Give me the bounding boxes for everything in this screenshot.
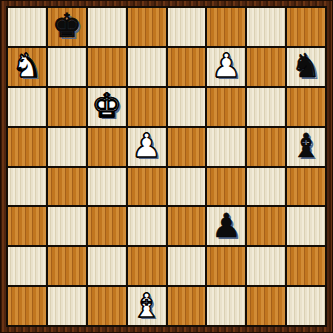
square-e4[interactable] bbox=[168, 168, 206, 206]
square-f2[interactable] bbox=[207, 247, 245, 285]
square-b7[interactable] bbox=[48, 48, 86, 86]
piece-white-pawn[interactable]: ♟ bbox=[212, 49, 242, 82]
piece-black-king[interactable]: ♚ bbox=[52, 9, 82, 42]
square-a7[interactable]: ♞ bbox=[8, 48, 46, 86]
square-b3[interactable] bbox=[48, 207, 86, 245]
square-a1[interactable] bbox=[8, 287, 46, 325]
square-f8[interactable] bbox=[207, 8, 245, 46]
square-h3[interactable] bbox=[287, 207, 325, 245]
square-g6[interactable] bbox=[247, 88, 285, 126]
square-f3[interactable]: ♟ bbox=[207, 207, 245, 245]
square-g2[interactable] bbox=[247, 247, 285, 285]
piece-white-knight[interactable]: ♞ bbox=[12, 49, 42, 82]
square-b1[interactable] bbox=[48, 287, 86, 325]
piece-black-pawn[interactable]: ♟ bbox=[212, 209, 242, 242]
square-e2[interactable] bbox=[168, 247, 206, 285]
square-d3[interactable] bbox=[128, 207, 166, 245]
square-d6[interactable] bbox=[128, 88, 166, 126]
square-e8[interactable] bbox=[168, 8, 206, 46]
square-c6[interactable]: ♚ bbox=[88, 88, 126, 126]
piece-black-knight[interactable]: ♞ bbox=[291, 49, 321, 82]
piece-black-bishop[interactable]: ♝ bbox=[291, 129, 321, 162]
square-h1[interactable] bbox=[287, 287, 325, 325]
square-g5[interactable] bbox=[247, 128, 285, 166]
piece-white-king[interactable]: ♚ bbox=[92, 89, 122, 122]
square-h7[interactable]: ♞ bbox=[287, 48, 325, 86]
square-d5[interactable]: ♟ bbox=[128, 128, 166, 166]
square-h2[interactable] bbox=[287, 247, 325, 285]
square-c8[interactable] bbox=[88, 8, 126, 46]
square-a4[interactable] bbox=[8, 168, 46, 206]
square-e6[interactable] bbox=[168, 88, 206, 126]
square-f1[interactable] bbox=[207, 287, 245, 325]
piece-white-pawn[interactable]: ♟ bbox=[132, 129, 162, 162]
square-a2[interactable] bbox=[8, 247, 46, 285]
square-g8[interactable] bbox=[247, 8, 285, 46]
square-b4[interactable] bbox=[48, 168, 86, 206]
square-c2[interactable] bbox=[88, 247, 126, 285]
square-a3[interactable] bbox=[8, 207, 46, 245]
square-e5[interactable] bbox=[168, 128, 206, 166]
square-d2[interactable] bbox=[128, 247, 166, 285]
square-d1[interactable]: ♝ bbox=[128, 287, 166, 325]
square-h4[interactable] bbox=[287, 168, 325, 206]
square-d4[interactable] bbox=[128, 168, 166, 206]
piece-white-bishop[interactable]: ♝ bbox=[132, 289, 162, 322]
square-h6[interactable] bbox=[287, 88, 325, 126]
square-a8[interactable] bbox=[8, 8, 46, 46]
chess-board: ♚♞♟♞♚♟♝♟♝ bbox=[6, 6, 327, 327]
square-g1[interactable] bbox=[247, 287, 285, 325]
square-f6[interactable] bbox=[207, 88, 245, 126]
square-d8[interactable] bbox=[128, 8, 166, 46]
square-c3[interactable] bbox=[88, 207, 126, 245]
square-e1[interactable] bbox=[168, 287, 206, 325]
square-a6[interactable] bbox=[8, 88, 46, 126]
square-g7[interactable] bbox=[247, 48, 285, 86]
square-b5[interactable] bbox=[48, 128, 86, 166]
square-c7[interactable] bbox=[88, 48, 126, 86]
square-f5[interactable] bbox=[207, 128, 245, 166]
square-g3[interactable] bbox=[247, 207, 285, 245]
square-a5[interactable] bbox=[8, 128, 46, 166]
square-b8[interactable]: ♚ bbox=[48, 8, 86, 46]
square-e7[interactable] bbox=[168, 48, 206, 86]
square-f7[interactable]: ♟ bbox=[207, 48, 245, 86]
square-h8[interactable] bbox=[287, 8, 325, 46]
square-c5[interactable] bbox=[88, 128, 126, 166]
square-e3[interactable] bbox=[168, 207, 206, 245]
square-b6[interactable] bbox=[48, 88, 86, 126]
square-h5[interactable]: ♝ bbox=[287, 128, 325, 166]
square-f4[interactable] bbox=[207, 168, 245, 206]
square-c1[interactable] bbox=[88, 287, 126, 325]
board-frame: ♚♞♟♞♚♟♝♟♝ bbox=[0, 0, 333, 333]
square-d7[interactable] bbox=[128, 48, 166, 86]
square-b2[interactable] bbox=[48, 247, 86, 285]
square-g4[interactable] bbox=[247, 168, 285, 206]
square-c4[interactable] bbox=[88, 168, 126, 206]
